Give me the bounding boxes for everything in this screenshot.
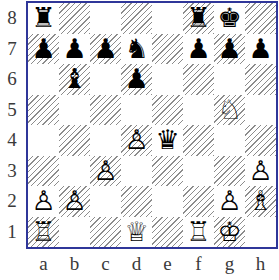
- square-c1[interactable]: [90, 217, 121, 248]
- black-pawn[interactable]: ♟: [248, 34, 272, 65]
- square-b5[interactable]: [59, 95, 90, 126]
- square-d7[interactable]: ♞: [121, 34, 152, 65]
- white-queen[interactable]: ♕: [124, 217, 148, 248]
- square-a6[interactable]: [28, 64, 59, 95]
- square-e4[interactable]: ♛: [152, 125, 183, 156]
- rank-label-1: 1: [0, 217, 24, 248]
- square-c8[interactable]: [90, 3, 121, 34]
- square-g4[interactable]: [214, 125, 245, 156]
- square-d5[interactable]: [121, 95, 152, 126]
- chess-diagram: 87654321 ♜♜♚♟♟♟♞♟♟♟♝♟♘♙♛♙♙♙♙♙♗♖♕♖♔ abcde…: [0, 0, 279, 280]
- rank-label-2: 2: [0, 186, 24, 217]
- square-h7[interactable]: ♟: [245, 34, 276, 65]
- black-knight[interactable]: ♞: [124, 34, 148, 65]
- file-label-g: g: [214, 250, 245, 278]
- square-f6[interactable]: [183, 64, 214, 95]
- square-h2[interactable]: ♗: [245, 186, 276, 217]
- rank-label-3: 3: [0, 156, 24, 187]
- square-e5[interactable]: [152, 95, 183, 126]
- file-label-a: a: [28, 250, 59, 278]
- white-rook[interactable]: ♖: [31, 217, 55, 248]
- file-label-d: d: [121, 250, 152, 278]
- square-f3[interactable]: [183, 156, 214, 187]
- black-pawn[interactable]: ♟: [186, 34, 210, 65]
- square-g1[interactable]: ♔: [214, 217, 245, 248]
- square-h1[interactable]: [245, 217, 276, 248]
- square-a4[interactable]: [28, 125, 59, 156]
- square-b7[interactable]: ♟: [59, 34, 90, 65]
- square-d8[interactable]: [121, 3, 152, 34]
- square-e6[interactable]: [152, 64, 183, 95]
- white-pawn[interactable]: ♙: [124, 125, 148, 156]
- black-rook[interactable]: ♜: [31, 3, 55, 34]
- file-labels: abcdefgh: [28, 250, 276, 278]
- file-label-e: e: [152, 250, 183, 278]
- square-b8[interactable]: [59, 3, 90, 34]
- square-f8[interactable]: ♜: [183, 3, 214, 34]
- white-bishop[interactable]: ♗: [248, 186, 272, 217]
- black-pawn[interactable]: ♟: [93, 34, 117, 65]
- square-d3[interactable]: [121, 156, 152, 187]
- file-label-c: c: [90, 250, 121, 278]
- square-g6[interactable]: [214, 64, 245, 95]
- square-e7[interactable]: [152, 34, 183, 65]
- square-e1[interactable]: [152, 217, 183, 248]
- square-h6[interactable]: [245, 64, 276, 95]
- square-f1[interactable]: ♖: [183, 217, 214, 248]
- square-f7[interactable]: ♟: [183, 34, 214, 65]
- square-b3[interactable]: [59, 156, 90, 187]
- square-h5[interactable]: [245, 95, 276, 126]
- white-pawn[interactable]: ♙: [217, 186, 241, 217]
- file-label-f: f: [183, 250, 214, 278]
- square-f4[interactable]: [183, 125, 214, 156]
- square-g2[interactable]: ♙: [214, 186, 245, 217]
- square-c5[interactable]: [90, 95, 121, 126]
- square-c3[interactable]: ♙: [90, 156, 121, 187]
- square-g3[interactable]: [214, 156, 245, 187]
- black-pawn[interactable]: ♟: [217, 34, 241, 65]
- square-g7[interactable]: ♟: [214, 34, 245, 65]
- square-d2[interactable]: [121, 186, 152, 217]
- file-label-b: b: [59, 250, 90, 278]
- square-e8[interactable]: [152, 3, 183, 34]
- rank-label-5: 5: [0, 95, 24, 126]
- black-queen[interactable]: ♛: [155, 125, 179, 156]
- rank-labels: 87654321: [0, 3, 24, 247]
- square-c2[interactable]: [90, 186, 121, 217]
- chess-board: ♜♜♚♟♟♟♞♟♟♟♝♟♘♙♛♙♙♙♙♙♗♖♕♖♔: [26, 1, 278, 249]
- square-h8[interactable]: [245, 3, 276, 34]
- square-a5[interactable]: [28, 95, 59, 126]
- square-e3[interactable]: [152, 156, 183, 187]
- square-b2[interactable]: ♙: [59, 186, 90, 217]
- square-d1[interactable]: ♕: [121, 217, 152, 248]
- square-b6[interactable]: ♝: [59, 64, 90, 95]
- square-b1[interactable]: [59, 217, 90, 248]
- square-e2[interactable]: [152, 186, 183, 217]
- white-king[interactable]: ♔: [217, 217, 241, 248]
- square-f2[interactable]: [183, 186, 214, 217]
- white-knight[interactable]: ♘: [217, 95, 241, 126]
- black-pawn[interactable]: ♟: [124, 64, 148, 95]
- black-rook[interactable]: ♜: [186, 3, 210, 34]
- rank-label-6: 6: [0, 64, 24, 95]
- rank-label-7: 7: [0, 34, 24, 65]
- file-label-h: h: [245, 250, 276, 278]
- square-c4[interactable]: [90, 125, 121, 156]
- square-a1[interactable]: ♖: [28, 217, 59, 248]
- white-pawn[interactable]: ♙: [248, 156, 272, 187]
- white-pawn[interactable]: ♙: [93, 156, 117, 187]
- black-king[interactable]: ♚: [217, 3, 241, 34]
- rank-label-4: 4: [0, 125, 24, 156]
- square-a7[interactable]: ♟: [28, 34, 59, 65]
- square-c6[interactable]: [90, 64, 121, 95]
- square-a2[interactable]: ♙: [28, 186, 59, 217]
- square-h3[interactable]: ♙: [245, 156, 276, 187]
- square-g5[interactable]: ♘: [214, 95, 245, 126]
- square-a8[interactable]: ♜: [28, 3, 59, 34]
- black-bishop[interactable]: ♝: [62, 64, 86, 95]
- white-pawn[interactable]: ♙: [62, 186, 86, 217]
- square-d4[interactable]: ♙: [121, 125, 152, 156]
- square-b4[interactable]: [59, 125, 90, 156]
- square-d6[interactable]: ♟: [121, 64, 152, 95]
- white-rook[interactable]: ♖: [186, 217, 210, 248]
- black-pawn[interactable]: ♟: [31, 34, 55, 65]
- square-h4[interactable]: [245, 125, 276, 156]
- square-c7[interactable]: ♟: [90, 34, 121, 65]
- white-pawn[interactable]: ♙: [31, 186, 55, 217]
- square-a3[interactable]: [28, 156, 59, 187]
- square-g8[interactable]: ♚: [214, 3, 245, 34]
- square-f5[interactable]: [183, 95, 214, 126]
- black-pawn[interactable]: ♟: [62, 34, 86, 65]
- rank-label-8: 8: [0, 3, 24, 34]
